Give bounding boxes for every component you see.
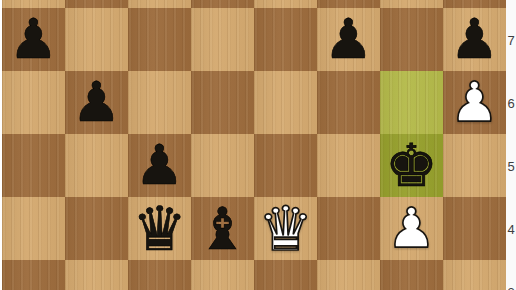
white-pawn-piece[interactable]: ♟: [443, 71, 506, 134]
chess-board-screenshot: ♟♟♟♟♟♟♚♛♝♛♟ 76543: [0, 0, 516, 290]
square-f4[interactable]: [317, 197, 380, 260]
square-d7[interactable]: [191, 8, 254, 71]
square-b5[interactable]: [65, 134, 128, 197]
square-f7[interactable]: ♟: [317, 8, 380, 71]
square-a7[interactable]: ♟: [2, 8, 65, 71]
square-b3[interactable]: [65, 260, 128, 290]
square-a4[interactable]: [2, 197, 65, 260]
square-c3[interactable]: [128, 260, 191, 290]
square-d5[interactable]: [191, 134, 254, 197]
square-d4[interactable]: ♝: [191, 197, 254, 260]
white-queen-piece[interactable]: ♛: [254, 197, 317, 260]
square-b7[interactable]: [65, 8, 128, 71]
rank-coordinate-strip: 76543: [506, 0, 516, 290]
white-pawn-piece[interactable]: ♟: [380, 197, 443, 260]
square-e4[interactable]: ♛: [254, 197, 317, 260]
square-c5[interactable]: ♟: [128, 134, 191, 197]
square-g8[interactable]: [380, 0, 443, 8]
square-e7[interactable]: [254, 8, 317, 71]
rank-label-3: 3: [506, 284, 516, 290]
rank-label-6: 6: [506, 95, 516, 110]
square-e8[interactable]: [254, 0, 317, 8]
square-e6[interactable]: [254, 71, 317, 134]
square-h4[interactable]: [443, 197, 506, 260]
square-h7[interactable]: ♟: [443, 8, 506, 71]
chess-board: ♟♟♟♟♟♟♚♛♝♛♟: [2, 0, 506, 290]
black-bishop-piece[interactable]: ♝: [191, 197, 254, 260]
rank-label-5: 5: [506, 158, 516, 173]
square-b4[interactable]: [65, 197, 128, 260]
black-pawn-piece[interactable]: ♟: [128, 134, 191, 197]
square-d6[interactable]: [191, 71, 254, 134]
board-left-margin: [0, 0, 2, 290]
square-c8[interactable]: [128, 0, 191, 8]
square-f3[interactable]: [317, 260, 380, 290]
black-pawn-piece[interactable]: ♟: [443, 8, 506, 71]
square-f6[interactable]: [317, 71, 380, 134]
square-d8[interactable]: [191, 0, 254, 8]
black-pawn-piece[interactable]: ♟: [317, 8, 380, 71]
black-pawn-piece[interactable]: ♟: [65, 71, 128, 134]
square-g7[interactable]: [380, 8, 443, 71]
black-king-piece[interactable]: ♚: [380, 134, 443, 197]
square-a5[interactable]: [2, 134, 65, 197]
square-e3[interactable]: [254, 260, 317, 290]
square-c4[interactable]: ♛: [128, 197, 191, 260]
rank-label-7: 7: [506, 32, 516, 47]
square-a3[interactable]: [2, 260, 65, 290]
black-pawn-piece[interactable]: ♟: [2, 8, 65, 71]
square-b8[interactable]: [65, 0, 128, 8]
square-a6[interactable]: [2, 71, 65, 134]
square-h5[interactable]: [443, 134, 506, 197]
square-c6[interactable]: [128, 71, 191, 134]
square-g3[interactable]: [380, 260, 443, 290]
square-g5[interactable]: ♚: [380, 134, 443, 197]
rank-label-4: 4: [506, 221, 516, 236]
square-d3[interactable]: [191, 260, 254, 290]
black-queen-piece[interactable]: ♛: [128, 197, 191, 260]
square-e5[interactable]: [254, 134, 317, 197]
square-f5[interactable]: [317, 134, 380, 197]
square-h6[interactable]: ♟: [443, 71, 506, 134]
square-c7[interactable]: [128, 8, 191, 71]
square-g4[interactable]: ♟: [380, 197, 443, 260]
square-g6[interactable]: [380, 71, 443, 134]
square-b6[interactable]: ♟: [65, 71, 128, 134]
square-h3[interactable]: [443, 260, 506, 290]
